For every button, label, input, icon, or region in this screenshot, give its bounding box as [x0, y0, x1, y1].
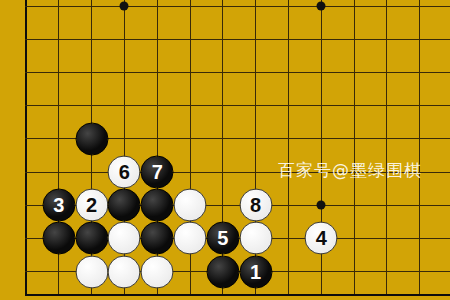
white-stone[interactable] — [174, 189, 207, 222]
move-number-label: 6 — [119, 161, 130, 184]
grid-line-horizontal — [25, 105, 450, 106]
watermark-text: 百家号@墨绿围棋 — [278, 159, 422, 182]
black-stone[interactable] — [42, 222, 75, 255]
move-number-label: 5 — [217, 227, 228, 250]
black-stone[interactable] — [75, 122, 108, 155]
black-stone[interactable] — [108, 189, 141, 222]
white-stone[interactable] — [108, 222, 141, 255]
grid-line-horizontal — [25, 6, 450, 7]
move-number-label: 4 — [316, 227, 327, 250]
move-number-label: 2 — [86, 194, 97, 217]
white-stone[interactable] — [141, 255, 174, 288]
board-bottom-edge-line — [25, 294, 450, 296]
black-stone[interactable] — [206, 255, 239, 288]
grid-line-horizontal — [25, 72, 450, 73]
star-point — [317, 201, 326, 210]
go-board[interactable]: 67328541 — [0, 0, 450, 300]
star-point — [120, 2, 129, 11]
white-stone-move-6[interactable]: 6 — [108, 156, 141, 189]
grid-line-horizontal — [25, 39, 450, 40]
move-number-label: 3 — [53, 194, 64, 217]
black-stone-move-7[interactable]: 7 — [141, 156, 174, 189]
white-stone-move-4[interactable]: 4 — [305, 222, 338, 255]
black-stone[interactable] — [141, 189, 174, 222]
move-number-label: 7 — [152, 161, 163, 184]
star-point — [317, 2, 326, 11]
white-stone[interactable] — [108, 255, 141, 288]
board-left-edge-line — [25, 0, 27, 296]
move-number-label: 8 — [250, 194, 261, 217]
black-stone-move-3[interactable]: 3 — [42, 189, 75, 222]
grid-line-vertical — [354, 0, 355, 296]
white-stone[interactable] — [75, 255, 108, 288]
black-stone[interactable] — [75, 222, 108, 255]
grid-line-vertical — [288, 0, 289, 296]
white-stone-move-8[interactable]: 8 — [239, 189, 272, 222]
white-stone[interactable] — [174, 222, 207, 255]
grid-line-vertical — [386, 0, 387, 296]
black-stone-move-5[interactable]: 5 — [206, 222, 239, 255]
black-stone-move-1[interactable]: 1 — [239, 255, 272, 288]
grid-line-vertical — [419, 0, 420, 296]
go-diagram: 67328541 百家号@墨绿围棋 — [0, 0, 450, 300]
white-stone[interactable] — [239, 222, 272, 255]
white-stone-move-2[interactable]: 2 — [75, 189, 108, 222]
black-stone[interactable] — [141, 222, 174, 255]
move-number-label: 1 — [250, 260, 261, 283]
